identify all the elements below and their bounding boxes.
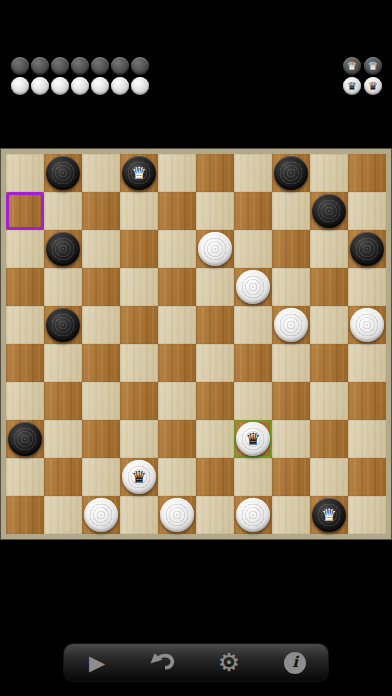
board-square-r1c9[interactable]: [310, 154, 348, 192]
board-square-r5c8[interactable]: [272, 306, 310, 344]
board-square-r5c4[interactable]: [120, 306, 158, 344]
board-square-r8c7[interactable]: ♛: [234, 420, 272, 458]
board-square-r4c10[interactable]: [348, 268, 386, 306]
board-square-r9c10[interactable]: [348, 458, 386, 496]
board-square-r10c2[interactable]: [44, 496, 82, 534]
board-square-r8c1[interactable]: [6, 420, 44, 458]
board-square-r9c3[interactable]: [82, 458, 120, 496]
board-grid: ♛♛♛♛: [6, 154, 386, 534]
board-square-r6c7[interactable]: [234, 344, 272, 382]
captured-light-king: ♛: [343, 77, 361, 95]
board-square-r10c10[interactable]: [348, 496, 386, 534]
board-square-r7c2[interactable]: [44, 382, 82, 420]
board-square-r7c9[interactable]: [310, 382, 348, 420]
board-square-r10c4[interactable]: [120, 496, 158, 534]
board-square-r3c3[interactable]: [82, 230, 120, 268]
board-square-r5c5[interactable]: [158, 306, 196, 344]
board-square-r2c7[interactable]: [234, 192, 272, 230]
board-square-r4c6[interactable]: [196, 268, 234, 306]
board-square-r9c2[interactable]: [44, 458, 82, 496]
toolbar: ▶ ⚙ i: [64, 644, 328, 681]
play-button[interactable]: ▶: [64, 644, 130, 681]
board-square-r7c1[interactable]: [6, 382, 44, 420]
captured-light-king: ♛: [364, 77, 382, 95]
board-square-r8c8[interactable]: [272, 420, 310, 458]
white-man[interactable]: [84, 498, 118, 532]
board-square-r1c2[interactable]: [44, 154, 82, 192]
board-square-r2c3[interactable]: [82, 192, 120, 230]
black-man[interactable]: [8, 422, 42, 456]
white-man[interactable]: [274, 308, 308, 342]
board-square-r3c9[interactable]: [310, 230, 348, 268]
board-square-r10c7[interactable]: [234, 496, 272, 534]
board-square-r4c2[interactable]: [44, 268, 82, 306]
board-square-r7c7[interactable]: [234, 382, 272, 420]
board-square-r3c2[interactable]: [44, 230, 82, 268]
board-square-r9c7[interactable]: [234, 458, 272, 496]
board-square-r6c10[interactable]: [348, 344, 386, 382]
captured-dark-man: [51, 57, 69, 75]
black-man[interactable]: [350, 232, 384, 266]
board-square-r5c6[interactable]: [196, 306, 234, 344]
board-square-r4c5[interactable]: [158, 268, 196, 306]
captured-dark-man: [31, 57, 49, 75]
board-square-r5c10[interactable]: [348, 306, 386, 344]
board-square-r1c7[interactable]: [234, 154, 272, 192]
board-square-r2c1[interactable]: [6, 192, 44, 230]
board-square-r5c2[interactable]: [44, 306, 82, 344]
king-crown-icon: ♛: [347, 61, 357, 72]
app-screen: { "game": "checkers", "variant": "intern…: [0, 0, 392, 696]
captured-light-man: [131, 77, 149, 95]
king-crown-icon: ♛: [368, 81, 378, 92]
black-king[interactable]: ♛: [312, 498, 346, 532]
board-square-r4c7[interactable]: [234, 268, 272, 306]
board-square-r8c6[interactable]: [196, 420, 234, 458]
captured-dark-man: [91, 57, 109, 75]
board-square-r7c6[interactable]: [196, 382, 234, 420]
board-square-r2c10[interactable]: [348, 192, 386, 230]
board-square-r1c8[interactable]: [272, 154, 310, 192]
board-square-r7c10[interactable]: [348, 382, 386, 420]
board-square-r4c9[interactable]: [310, 268, 348, 306]
captured-dark-man: [71, 57, 89, 75]
black-man[interactable]: [46, 232, 80, 266]
captured-light-man: [111, 77, 129, 95]
board-square-r7c5[interactable]: [158, 382, 196, 420]
black-man[interactable]: [46, 156, 80, 190]
board-square-r2c9[interactable]: [310, 192, 348, 230]
white-king[interactable]: ♛: [122, 460, 156, 494]
board-square-r10c9[interactable]: ♛: [310, 496, 348, 534]
board-square-r6c2[interactable]: [44, 344, 82, 382]
captured-kings-tray: ♛♛♛♛: [343, 57, 384, 96]
white-man[interactable]: [350, 308, 384, 342]
captured-light-man: [31, 77, 49, 95]
board-square-r9c4[interactable]: ♛: [120, 458, 158, 496]
king-crown-icon: ♛: [321, 507, 336, 524]
board-square-r9c5[interactable]: [158, 458, 196, 496]
black-man[interactable]: [312, 194, 346, 228]
white-man[interactable]: [198, 232, 232, 266]
info-icon: i: [284, 652, 306, 674]
board-square-r2c6[interactable]: [196, 192, 234, 230]
board-square-r5c3[interactable]: [82, 306, 120, 344]
board-square-r4c8[interactable]: [272, 268, 310, 306]
board-square-r3c1[interactable]: [6, 230, 44, 268]
board-square-r2c8[interactable]: [272, 192, 310, 230]
board-square-r5c7[interactable]: [234, 306, 272, 344]
captured-light-man: [71, 77, 89, 95]
board-square-r4c3[interactable]: [82, 268, 120, 306]
board-square-r7c8[interactable]: [272, 382, 310, 420]
board-square-r5c9[interactable]: [310, 306, 348, 344]
board-square-r10c6[interactable]: [196, 496, 234, 534]
king-crown-icon: ♛: [131, 165, 146, 182]
board-square-r3c8[interactable]: [272, 230, 310, 268]
board-square-r1c6[interactable]: [196, 154, 234, 192]
play-icon: ▶: [89, 652, 105, 673]
black-king[interactable]: ♛: [122, 156, 156, 190]
king-crown-icon: ♛: [245, 431, 260, 448]
board-square-r1c10[interactable]: [348, 154, 386, 192]
white-man[interactable]: [236, 270, 270, 304]
board-square-r7c3[interactable]: [82, 382, 120, 420]
board-square-r1c4[interactable]: ♛: [120, 154, 158, 192]
board-square-r3c6[interactable]: [196, 230, 234, 268]
board-square-r8c9[interactable]: [310, 420, 348, 458]
settings-button[interactable]: ⚙: [196, 644, 262, 681]
board-square-r8c2[interactable]: [44, 420, 82, 458]
board-square-r10c8[interactable]: [272, 496, 310, 534]
captured-dark-man: [11, 57, 29, 75]
board-square-r8c3[interactable]: [82, 420, 120, 458]
king-crown-icon: ♛: [131, 469, 146, 486]
board-square-r3c5[interactable]: [158, 230, 196, 268]
board-square-r2c4[interactable]: [120, 192, 158, 230]
board-square-r9c1[interactable]: [6, 458, 44, 496]
board-square-r2c5[interactable]: [158, 192, 196, 230]
board-square-r3c4[interactable]: [120, 230, 158, 268]
board-square-r3c7[interactable]: [234, 230, 272, 268]
board-square-r1c5[interactable]: [158, 154, 196, 192]
white-man[interactable]: [236, 498, 270, 532]
board-square-r10c1[interactable]: [6, 496, 44, 534]
board-square-r8c5[interactable]: [158, 420, 196, 458]
board-square-r10c3[interactable]: [82, 496, 120, 534]
captured-light-man: [11, 77, 29, 95]
captured-men-tray: [11, 57, 150, 96]
captured-dark-man: [111, 57, 129, 75]
king-crown-icon: ♛: [347, 81, 357, 92]
board-square-r1c3[interactable]: [82, 154, 120, 192]
black-man[interactable]: [274, 156, 308, 190]
captured-light-man: [51, 77, 69, 95]
board-square-r5c1[interactable]: [6, 306, 44, 344]
board-square-r6c4[interactable]: [120, 344, 158, 382]
board-square-r9c6[interactable]: [196, 458, 234, 496]
captured-light-man: [91, 77, 109, 95]
white-man[interactable]: [160, 498, 194, 532]
board-square-r9c9[interactable]: [310, 458, 348, 496]
board-square-r4c4[interactable]: [120, 268, 158, 306]
board-frame: ♛♛♛♛: [1, 149, 391, 539]
white-king[interactable]: ♛: [236, 422, 270, 456]
settings-gear-icon: ⚙: [218, 650, 240, 675]
board-square-r6c5[interactable]: [158, 344, 196, 382]
board-square-r10c5[interactable]: [158, 496, 196, 534]
board-square-r1c1[interactable]: [6, 154, 44, 192]
board-square-r8c4[interactable]: [120, 420, 158, 458]
captured-dark-king: ♛: [364, 57, 382, 75]
board-square-r3c10[interactable]: [348, 230, 386, 268]
board-square-r6c3[interactable]: [82, 344, 120, 382]
board-square-r4c1[interactable]: [6, 268, 44, 306]
undo-button[interactable]: [130, 644, 196, 681]
captured-dark-king: ♛: [343, 57, 361, 75]
board-square-r2c2[interactable]: [44, 192, 82, 230]
black-man[interactable]: [46, 308, 80, 342]
board-square-r6c1[interactable]: [6, 344, 44, 382]
undo-icon: [150, 651, 177, 674]
board-square-r6c8[interactable]: [272, 344, 310, 382]
captured-dark-man: [131, 57, 149, 75]
board-square-r6c9[interactable]: [310, 344, 348, 382]
info-button[interactable]: i: [262, 644, 328, 681]
board-square-r6c6[interactable]: [196, 344, 234, 382]
board-square-r8c10[interactable]: [348, 420, 386, 458]
board-square-r7c4[interactable]: [120, 382, 158, 420]
board-square-r9c8[interactable]: [272, 458, 310, 496]
king-crown-icon: ♛: [368, 61, 378, 72]
